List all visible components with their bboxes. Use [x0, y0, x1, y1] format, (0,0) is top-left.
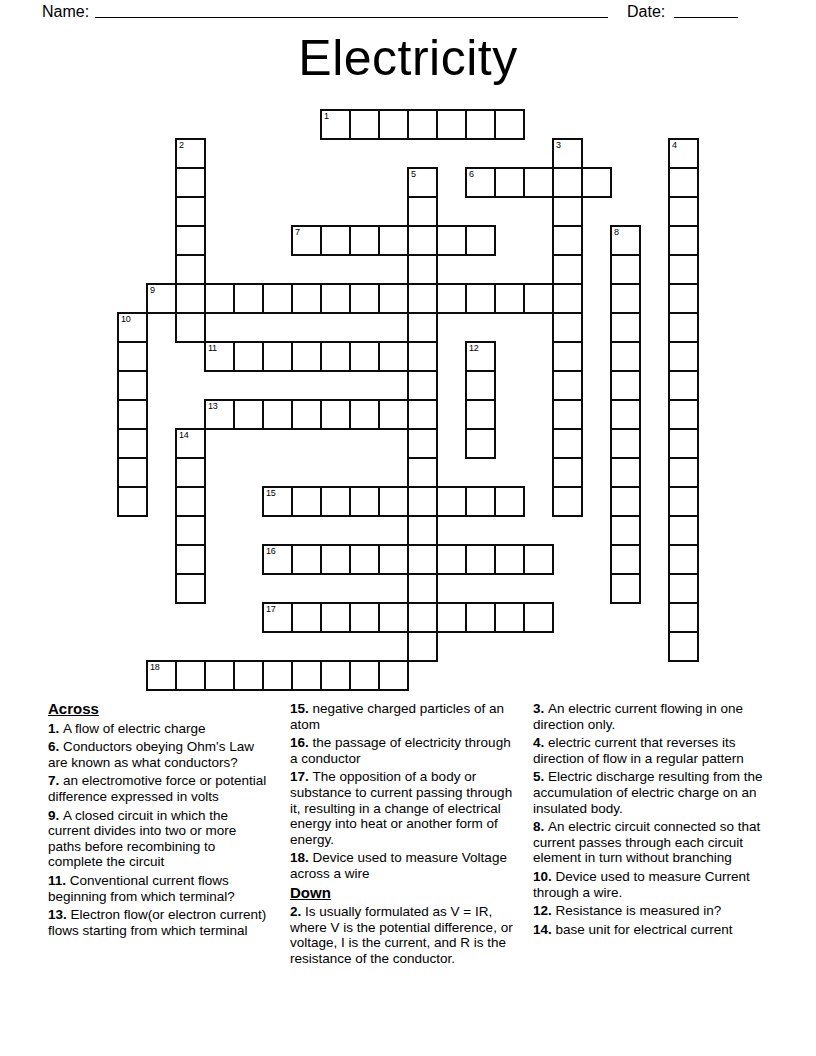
cell-r19c1[interactable]: 18 — [146, 660, 177, 691]
cell-r6c7[interactable] — [320, 283, 351, 314]
cell-number-8: 8 — [614, 227, 619, 237]
clue-column-2: 15. negative charged particles of an ato… — [290, 701, 521, 970]
cell-r12c0[interactable] — [117, 457, 148, 488]
across-heading: Across — [48, 701, 270, 717]
clue-number: 9. — [48, 808, 63, 823]
cell-r15c12[interactable] — [465, 544, 496, 575]
cell-r10c19[interactable] — [668, 399, 699, 430]
cell-number-13: 13 — [208, 401, 217, 411]
cell-r4c7[interactable] — [320, 225, 351, 256]
cell-r13c12[interactable] — [465, 486, 496, 517]
cell-r13c9[interactable] — [378, 486, 409, 517]
cell-r3c2[interactable] — [175, 196, 206, 227]
cell-r12c19[interactable] — [668, 457, 699, 488]
cell-r6c3[interactable] — [204, 283, 235, 314]
cell-r8c10[interactable] — [407, 341, 438, 372]
cell-r13c10[interactable] — [407, 486, 438, 517]
cell-r13c19[interactable] — [668, 486, 699, 517]
clue-number: 11. — [48, 873, 70, 888]
cell-r0c13[interactable] — [494, 109, 525, 140]
cell-r6c8[interactable] — [349, 283, 380, 314]
cell-number-1: 1 — [324, 111, 329, 121]
cell-r8c3[interactable]: 11 — [204, 341, 235, 372]
cell-r11c19[interactable] — [668, 428, 699, 459]
cell-r1c2[interactable]: 2 — [175, 138, 206, 169]
cell-r8c0[interactable] — [117, 341, 148, 372]
cell-r6c10[interactable] — [407, 283, 438, 314]
clue-across-13: 13. Electron flow(or electron current) f… — [48, 907, 270, 938]
cell-number-10: 10 — [121, 314, 130, 324]
cell-r19c8[interactable] — [349, 660, 380, 691]
cell-r9c0[interactable] — [117, 370, 148, 401]
cell-r15c14[interactable] — [523, 544, 554, 575]
cell-r6c15[interactable] — [552, 283, 583, 314]
cell-r10c10[interactable] — [407, 399, 438, 430]
cell-r9c10[interactable] — [407, 370, 438, 401]
clue-down-2: 2. Is usually formulated as V = IR, wher… — [290, 904, 521, 966]
cell-r14c17[interactable] — [610, 515, 641, 546]
cell-r12c10[interactable] — [407, 457, 438, 488]
cell-number-15: 15 — [266, 488, 275, 498]
cell-r16c19[interactable] — [668, 573, 699, 604]
cell-r3c10[interactable] — [407, 196, 438, 227]
cell-r6c11[interactable] — [436, 283, 467, 314]
clue-down-4: 4. electric current that reverses its di… — [533, 735, 769, 766]
cell-r5c15[interactable] — [552, 254, 583, 285]
cell-r15c9[interactable] — [378, 544, 409, 575]
cell-r1c15[interactable]: 3 — [552, 138, 583, 169]
cell-r17c8[interactable] — [349, 602, 380, 633]
cell-r0c8[interactable] — [349, 109, 380, 140]
cell-number-3: 3 — [556, 140, 561, 150]
clue-across-16: 16. the passage of electricity through a… — [290, 735, 521, 766]
clue-number: 10. — [533, 869, 556, 884]
cell-r4c6[interactable]: 7 — [291, 225, 322, 256]
cell-number-7: 7 — [295, 227, 300, 237]
cell-r10c4[interactable] — [233, 399, 264, 430]
cell-r13c6[interactable] — [291, 486, 322, 517]
cell-r11c10[interactable] — [407, 428, 438, 459]
cell-r5c10[interactable] — [407, 254, 438, 285]
cell-number-9: 9 — [150, 285, 155, 295]
cell-r8c12[interactable]: 12 — [465, 341, 496, 372]
cell-r12c2[interactable] — [175, 457, 206, 488]
cell-r10c3[interactable]: 13 — [204, 399, 235, 430]
cell-r17c11[interactable] — [436, 602, 467, 633]
cell-number-17: 17 — [266, 604, 275, 614]
cell-r0c7[interactable]: 1 — [320, 109, 351, 140]
clue-across-18: 18. Device used to measure Voltage acros… — [290, 850, 521, 881]
cell-r8c19[interactable] — [668, 341, 699, 372]
cell-r19c3[interactable] — [204, 660, 235, 691]
cell-r15c19[interactable] — [668, 544, 699, 575]
clue-number: 17. — [290, 769, 313, 784]
cell-r1c19[interactable]: 4 — [668, 138, 699, 169]
cell-r6c5[interactable] — [262, 283, 293, 314]
clue-across-17: 17. The opposition of a body or substanc… — [290, 769, 521, 847]
cell-r6c12[interactable] — [465, 283, 496, 314]
clue-across-15: 15. negative charged particles of an ato… — [290, 701, 521, 732]
clue-down-12: 12. Resistance is measured in? — [533, 903, 769, 919]
cell-number-12: 12 — [469, 343, 478, 353]
clue-down-14: 14. base unit for electrical current — [533, 922, 769, 938]
cell-r15c10[interactable] — [407, 544, 438, 575]
cell-r2c14[interactable] — [523, 167, 554, 198]
cell-r16c10[interactable] — [407, 573, 438, 604]
cell-r10c0[interactable] — [117, 399, 148, 430]
down-heading: Down — [290, 885, 521, 901]
cell-r8c9[interactable] — [378, 341, 409, 372]
cell-r15c17[interactable] — [610, 544, 641, 575]
clue-number: 14. — [533, 922, 556, 937]
cell-r10c6[interactable] — [291, 399, 322, 430]
cell-r6c17[interactable] — [610, 283, 641, 314]
cell-r10c15[interactable] — [552, 399, 583, 430]
cell-r17c9[interactable] — [378, 602, 409, 633]
cell-r17c13[interactable] — [494, 602, 525, 633]
cell-r19c7[interactable] — [320, 660, 351, 691]
cell-r19c6[interactable] — [291, 660, 322, 691]
cell-r9c15[interactable] — [552, 370, 583, 401]
cell-number-16: 16 — [266, 546, 275, 556]
cell-r9c17[interactable] — [610, 370, 641, 401]
cell-number-11: 11 — [208, 343, 217, 353]
cell-r0c9[interactable] — [378, 109, 409, 140]
clue-across-11: 11. Conventional current flows beginning… — [48, 873, 270, 904]
cell-r15c2[interactable] — [175, 544, 206, 575]
clue-number: 2. — [290, 904, 305, 919]
clue-number: 12. — [533, 903, 556, 918]
cell-r13c15[interactable] — [552, 486, 583, 517]
cell-r11c17[interactable] — [610, 428, 641, 459]
cell-r4c19[interactable] — [668, 225, 699, 256]
cell-r5c19[interactable] — [668, 254, 699, 285]
cell-number-4: 4 — [672, 140, 677, 150]
cell-r13c11[interactable] — [436, 486, 467, 517]
cell-number-14: 14 — [179, 430, 188, 440]
cell-r4c9[interactable] — [378, 225, 409, 256]
clue-number: 5. — [533, 769, 548, 784]
cell-r4c8[interactable] — [349, 225, 380, 256]
cell-r10c5[interactable] — [262, 399, 293, 430]
cell-r19c5[interactable] — [262, 660, 293, 691]
cell-r4c12[interactable] — [465, 225, 496, 256]
cell-r2c19[interactable] — [668, 167, 699, 198]
cell-r7c15[interactable] — [552, 312, 583, 343]
cell-r14c10[interactable] — [407, 515, 438, 546]
cell-r15c7[interactable] — [320, 544, 351, 575]
cell-r19c4[interactable] — [233, 660, 264, 691]
cell-r18c10[interactable] — [407, 631, 438, 662]
clue-column-1: Across1. A flow of electric charge6. Con… — [48, 701, 270, 941]
cell-r17c14[interactable] — [523, 602, 554, 633]
cell-r6c9[interactable] — [378, 283, 409, 314]
clue-number: 18. — [290, 850, 313, 865]
cell-r7c19[interactable] — [668, 312, 699, 343]
cell-r12c17[interactable] — [610, 457, 641, 488]
cell-r13c5[interactable]: 15 — [262, 486, 293, 517]
cell-r3c15[interactable] — [552, 196, 583, 227]
name-write-line — [95, 17, 608, 18]
cell-r8c15[interactable] — [552, 341, 583, 372]
cell-r19c2[interactable] — [175, 660, 206, 691]
cell-r4c17[interactable]: 8 — [610, 225, 641, 256]
cell-r10c8[interactable] — [349, 399, 380, 430]
cell-r11c0[interactable] — [117, 428, 148, 459]
clue-number: 16. — [290, 735, 313, 750]
cell-number-6: 6 — [469, 169, 474, 179]
name-label: Name: — [42, 3, 89, 21]
cell-number-2: 2 — [179, 140, 184, 150]
worksheet-page: { "game": "crossword", "title": "Electri… — [0, 0, 816, 1056]
clue-down-8: 8. An electric circuit connected so that… — [533, 819, 769, 866]
clue-number: 6. — [48, 739, 63, 754]
cell-r9c12[interactable] — [465, 370, 496, 401]
date-label: Date: — [627, 3, 665, 21]
cell-r11c12[interactable] — [465, 428, 496, 459]
cell-r15c11[interactable] — [436, 544, 467, 575]
clue-number: 3. — [533, 701, 548, 716]
cell-r2c12[interactable]: 6 — [465, 167, 496, 198]
cell-r10c9[interactable] — [378, 399, 409, 430]
cell-r2c13[interactable] — [494, 167, 525, 198]
cell-r8c7[interactable] — [320, 341, 351, 372]
cell-r4c15[interactable] — [552, 225, 583, 256]
cell-r6c1[interactable]: 9 — [146, 283, 177, 314]
cell-r10c7[interactable] — [320, 399, 351, 430]
cell-r8c6[interactable] — [291, 341, 322, 372]
cell-r0c10[interactable] — [407, 109, 438, 140]
cell-r13c17[interactable] — [610, 486, 641, 517]
clue-number: 1. — [48, 721, 63, 736]
cell-r5c2[interactable] — [175, 254, 206, 285]
clue-down-3: 3. An electric current flowing in one di… — [533, 701, 769, 732]
cell-r2c15[interactable] — [552, 167, 583, 198]
cell-r4c10[interactable] — [407, 225, 438, 256]
cell-r2c10[interactable]: 5 — [407, 167, 438, 198]
cell-r12c15[interactable] — [552, 457, 583, 488]
clue-number: 7. — [48, 773, 63, 788]
cell-r10c12[interactable] — [465, 399, 496, 430]
cell-r13c8[interactable] — [349, 486, 380, 517]
cell-r13c13[interactable] — [494, 486, 525, 517]
cell-r14c19[interactable] — [668, 515, 699, 546]
cell-r2c2[interactable] — [175, 167, 206, 198]
clue-number: 15. — [290, 701, 313, 716]
crossword-grid: 123456789101112131415161718 — [118, 110, 698, 690]
cell-r7c10[interactable] — [407, 312, 438, 343]
cell-r6c4[interactable] — [233, 283, 264, 314]
cell-r6c2[interactable] — [175, 283, 206, 314]
cell-r19c9[interactable] — [378, 660, 409, 691]
cell-r13c7[interactable] — [320, 486, 351, 517]
cell-r5c17[interactable] — [610, 254, 641, 285]
cell-r6c19[interactable] — [668, 283, 699, 314]
clue-across-9: 9. A closed circuit in which the current… — [48, 808, 270, 870]
clue-column-3: 3. An electric current flowing in one di… — [533, 701, 769, 940]
cell-r17c10[interactable] — [407, 602, 438, 633]
cell-r17c7[interactable] — [320, 602, 351, 633]
cell-r7c17[interactable] — [610, 312, 641, 343]
clue-number: 13. — [48, 907, 71, 922]
cell-r13c2[interactable] — [175, 486, 206, 517]
cell-number-5: 5 — [411, 169, 416, 179]
cell-r11c2[interactable]: 14 — [175, 428, 206, 459]
cell-r8c8[interactable] — [349, 341, 380, 372]
cell-r4c11[interactable] — [436, 225, 467, 256]
cell-r15c5[interactable]: 16 — [262, 544, 293, 575]
clue-across-7: 7. an electromotive force or potential d… — [48, 773, 270, 804]
cell-r6c13[interactable] — [494, 283, 525, 314]
cell-r0c12[interactable] — [465, 109, 496, 140]
cell-r14c2[interactable] — [175, 515, 206, 546]
cell-r7c0[interactable]: 10 — [117, 312, 148, 343]
cell-r4c2[interactable] — [175, 225, 206, 256]
cell-r8c5[interactable] — [262, 341, 293, 372]
cell-r11c15[interactable] — [552, 428, 583, 459]
cell-r6c6[interactable] — [291, 283, 322, 314]
cell-r2c16[interactable] — [581, 167, 612, 198]
cell-r10c17[interactable] — [610, 399, 641, 430]
cell-r0c11[interactable] — [436, 109, 467, 140]
cell-r9c19[interactable] — [668, 370, 699, 401]
cell-r8c17[interactable] — [610, 341, 641, 372]
clue-down-5: 5. Electric discharge resulting from the… — [533, 769, 769, 816]
cell-r3c19[interactable] — [668, 196, 699, 227]
puzzle-title: Electricity — [0, 31, 816, 86]
clue-down-10: 10. Device used to measure Current throu… — [533, 869, 769, 900]
cell-r17c5[interactable]: 17 — [262, 602, 293, 633]
cell-r15c13[interactable] — [494, 544, 525, 575]
clue-number: 8. — [533, 819, 548, 834]
clue-across-6: 6. Conductors obeying Ohm's Law are know… — [48, 739, 270, 770]
cell-r17c19[interactable] — [668, 602, 699, 633]
clue-across-1: 1. A flow of electric charge — [48, 721, 270, 737]
cell-number-18: 18 — [150, 662, 159, 672]
cell-r16c2[interactable] — [175, 573, 206, 604]
cell-r7c2[interactable] — [175, 312, 206, 343]
cell-r17c6[interactable] — [291, 602, 322, 633]
cell-r8c4[interactable] — [233, 341, 264, 372]
date-write-line — [674, 17, 738, 18]
clue-number: 4. — [533, 735, 548, 750]
cell-r13c0[interactable] — [117, 486, 148, 517]
cell-r16c17[interactable] — [610, 573, 641, 604]
cell-r6c14[interactable] — [523, 283, 554, 314]
cell-r15c8[interactable] — [349, 544, 380, 575]
cell-r15c6[interactable] — [291, 544, 322, 575]
cell-r18c19[interactable] — [668, 631, 699, 662]
cell-r17c12[interactable] — [465, 602, 496, 633]
